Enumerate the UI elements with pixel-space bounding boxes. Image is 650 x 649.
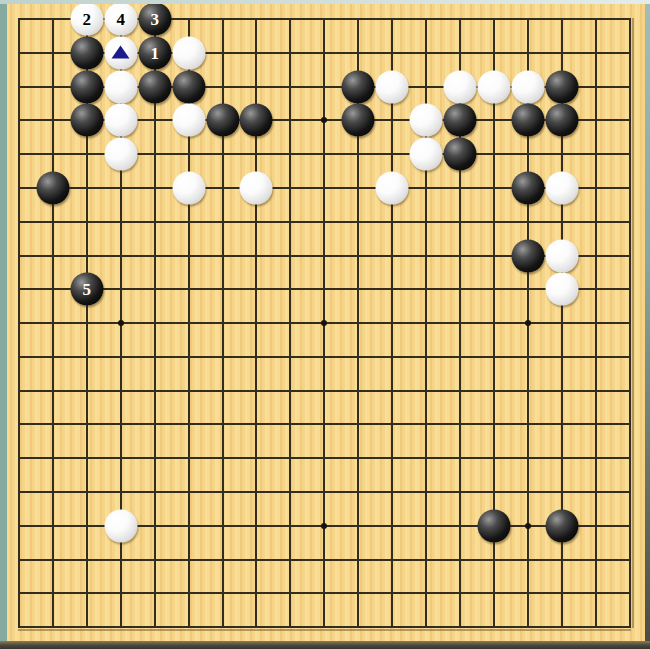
black-stone[interactable] bbox=[206, 104, 239, 137]
white-stone[interactable] bbox=[172, 36, 205, 69]
window-frame-bottom bbox=[0, 641, 650, 649]
window-frame-left bbox=[0, 0, 7, 649]
white-stone[interactable]: 2 bbox=[70, 3, 103, 36]
black-stone[interactable] bbox=[545, 509, 578, 542]
grid-line-horizontal bbox=[18, 390, 631, 392]
triangle-marker-icon bbox=[112, 45, 130, 58]
move-number-label: 5 bbox=[83, 281, 92, 298]
black-stone[interactable] bbox=[443, 104, 476, 137]
move-number-label: 1 bbox=[150, 44, 159, 61]
black-stone[interactable] bbox=[70, 104, 103, 137]
black-stone[interactable]: 3 bbox=[138, 3, 171, 36]
grid-line-vertical bbox=[629, 18, 631, 628]
white-stone[interactable] bbox=[104, 138, 137, 171]
white-stone[interactable] bbox=[410, 104, 443, 137]
star-point bbox=[321, 320, 327, 326]
black-stone[interactable] bbox=[342, 104, 375, 137]
black-stone[interactable] bbox=[477, 509, 510, 542]
black-stone[interactable] bbox=[172, 70, 205, 103]
black-stone[interactable] bbox=[545, 104, 578, 137]
black-stone[interactable] bbox=[511, 239, 544, 272]
black-stone[interactable] bbox=[240, 104, 273, 137]
go-app-window: 24315 bbox=[0, 0, 650, 649]
black-stone[interactable]: 1 bbox=[138, 36, 171, 69]
star-point bbox=[118, 320, 124, 326]
black-stone[interactable]: 5 bbox=[70, 273, 103, 306]
white-stone[interactable] bbox=[545, 239, 578, 272]
move-number-label: 4 bbox=[117, 11, 126, 28]
grid-line-horizontal bbox=[18, 626, 631, 628]
white-stone[interactable] bbox=[240, 171, 273, 204]
white-stone[interactable] bbox=[410, 138, 443, 171]
white-stone[interactable] bbox=[104, 36, 137, 69]
white-stone[interactable] bbox=[545, 171, 578, 204]
grid-line-vertical bbox=[595, 18, 597, 628]
white-stone[interactable] bbox=[172, 104, 205, 137]
grid-line-horizontal bbox=[18, 592, 631, 594]
window-frame-right bbox=[645, 0, 650, 649]
white-stone[interactable] bbox=[545, 273, 578, 306]
black-stone[interactable] bbox=[70, 70, 103, 103]
black-stone[interactable] bbox=[342, 70, 375, 103]
grid-line-horizontal bbox=[18, 559, 631, 561]
black-stone[interactable] bbox=[36, 171, 69, 204]
board-grid: 24315 bbox=[7, 4, 645, 641]
grid-line-horizontal bbox=[18, 491, 631, 493]
black-stone[interactable] bbox=[443, 138, 476, 171]
star-point bbox=[525, 523, 531, 529]
white-stone[interactable] bbox=[477, 70, 510, 103]
go-board[interactable]: 24315 bbox=[7, 4, 645, 641]
white-stone[interactable] bbox=[511, 70, 544, 103]
move-number-label: 3 bbox=[150, 11, 159, 28]
grid-line-horizontal bbox=[18, 457, 631, 459]
white-stone[interactable] bbox=[104, 509, 137, 542]
star-point bbox=[321, 117, 327, 123]
white-stone[interactable]: 4 bbox=[104, 3, 137, 36]
grid-line-horizontal bbox=[18, 423, 631, 425]
black-stone[interactable] bbox=[511, 104, 544, 137]
black-stone[interactable] bbox=[138, 70, 171, 103]
star-point bbox=[321, 523, 327, 529]
white-stone[interactable] bbox=[172, 171, 205, 204]
white-stone[interactable] bbox=[376, 70, 409, 103]
black-stone[interactable] bbox=[70, 36, 103, 69]
black-stone[interactable] bbox=[545, 70, 578, 103]
window-frame-top bbox=[0, 0, 650, 4]
move-number-label: 2 bbox=[83, 11, 92, 28]
white-stone[interactable] bbox=[443, 70, 476, 103]
star-point bbox=[525, 320, 531, 326]
black-stone[interactable] bbox=[511, 171, 544, 204]
white-stone[interactable] bbox=[104, 104, 137, 137]
grid-line-vertical bbox=[391, 18, 393, 628]
white-stone[interactable] bbox=[376, 171, 409, 204]
white-stone[interactable] bbox=[104, 70, 137, 103]
grid-line-horizontal bbox=[18, 356, 631, 358]
